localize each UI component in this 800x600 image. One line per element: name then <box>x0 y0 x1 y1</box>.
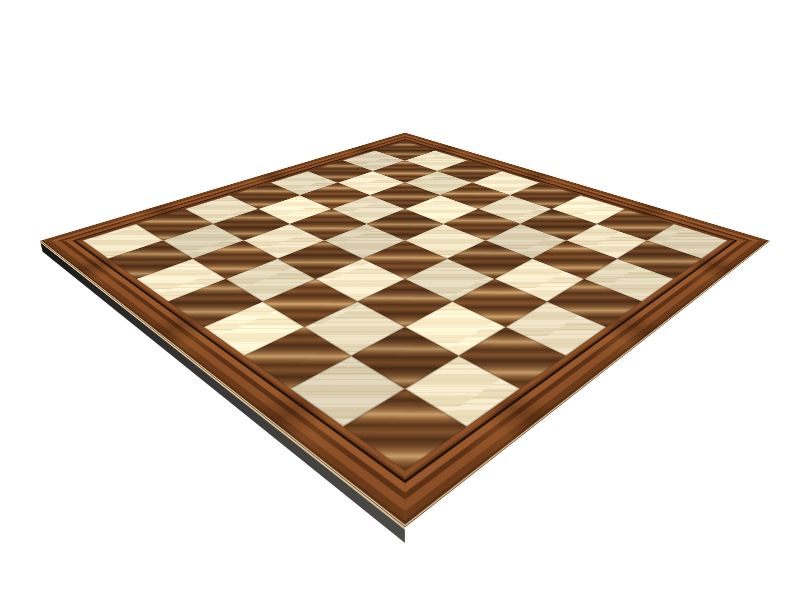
playing-field <box>82 141 727 471</box>
chess-board <box>40 133 770 527</box>
product-photo-background <box>0 0 800 600</box>
